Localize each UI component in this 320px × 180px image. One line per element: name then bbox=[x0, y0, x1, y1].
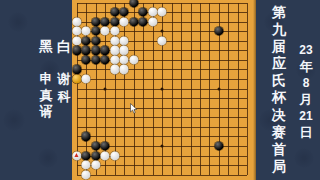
grid-line-horizontal bbox=[77, 127, 248, 128]
stone-white[interactable] bbox=[120, 46, 129, 55]
broadcast-screen: 黑 申真谞 白 谢科 第九届应氏杯决赛首局 23年8月21日 bbox=[0, 0, 320, 180]
vertical-text-char: 21 bbox=[299, 110, 312, 126]
stone-white[interactable] bbox=[72, 17, 81, 26]
stone-white[interactable] bbox=[120, 65, 129, 74]
stone-black[interactable] bbox=[139, 7, 148, 16]
white-player-column: 白 谢科 bbox=[56, 39, 72, 108]
stone-white[interactable] bbox=[157, 7, 166, 16]
stone-white[interactable] bbox=[110, 55, 119, 64]
vertical-text-char: 谢 bbox=[58, 72, 71, 90]
stone-white[interactable] bbox=[110, 151, 119, 160]
black-player-column: 黑 申真谞 bbox=[38, 39, 54, 122]
vertical-text-char: 8 bbox=[299, 77, 312, 93]
vertical-text-char: 届 bbox=[272, 39, 286, 56]
event-title-column: 第九届应氏杯决赛首局 bbox=[270, 5, 288, 22]
star-point bbox=[161, 30, 164, 33]
stone-white[interactable] bbox=[101, 151, 110, 160]
grid-line-horizontal bbox=[77, 165, 248, 166]
star-point bbox=[161, 87, 164, 90]
grid-line-vertical bbox=[228, 3, 229, 175]
vertical-text-char: 年 bbox=[299, 60, 312, 76]
stone-black[interactable] bbox=[101, 17, 110, 26]
grid-line-vertical bbox=[181, 3, 182, 175]
stone-white[interactable] bbox=[82, 27, 91, 36]
vertical-text-char: 首 bbox=[272, 142, 286, 159]
vertical-text-char: 申 bbox=[40, 72, 53, 89]
grid-line-vertical bbox=[238, 3, 239, 175]
players-panel: 黑 申真谞 白 谢科 bbox=[0, 0, 72, 180]
grid-line-horizontal bbox=[77, 108, 248, 109]
stone-white[interactable] bbox=[129, 55, 138, 64]
stone-black[interactable] bbox=[110, 7, 119, 16]
stone-white[interactable] bbox=[148, 17, 157, 26]
stone-black[interactable] bbox=[129, 0, 138, 7]
stone-black[interactable] bbox=[82, 151, 91, 160]
stone-white[interactable] bbox=[120, 17, 129, 26]
vertical-text-char: 局 bbox=[272, 159, 286, 176]
stone-black[interactable] bbox=[139, 17, 148, 26]
stone-white[interactable] bbox=[101, 27, 110, 36]
stone-black[interactable] bbox=[72, 46, 81, 55]
vertical-text-char: 决 bbox=[272, 108, 286, 125]
stone-white[interactable] bbox=[72, 151, 81, 160]
grid-line-horizontal bbox=[77, 98, 248, 99]
grid-line-horizontal bbox=[77, 175, 248, 176]
grid-line-horizontal bbox=[77, 136, 248, 137]
stone-white[interactable] bbox=[110, 36, 119, 45]
stone-black[interactable] bbox=[82, 55, 91, 64]
star-point bbox=[161, 145, 164, 148]
stone-black[interactable] bbox=[129, 17, 138, 26]
stone-black[interactable] bbox=[72, 65, 81, 74]
black-player-name: 申真谞 bbox=[40, 72, 53, 122]
black-label: 黑 bbox=[39, 39, 53, 53]
white-player-name: 谢科 bbox=[58, 72, 71, 108]
vertical-text-char: 23 bbox=[299, 44, 312, 60]
stone-white[interactable] bbox=[110, 46, 119, 55]
grid-line-horizontal bbox=[77, 117, 248, 118]
event-date: 23年8月21日 bbox=[299, 44, 312, 60]
stone-white[interactable] bbox=[120, 36, 129, 45]
vertical-text-char: 赛 bbox=[272, 125, 286, 142]
stone-black[interactable] bbox=[214, 27, 223, 36]
stone-white[interactable] bbox=[110, 65, 119, 74]
vertical-text-char: 科 bbox=[58, 90, 71, 108]
stone-white[interactable] bbox=[72, 27, 81, 36]
stone-last-move-gold[interactable] bbox=[72, 74, 81, 83]
vertical-text-char: 日 bbox=[299, 126, 312, 142]
star-point bbox=[217, 87, 220, 90]
vertical-text-char: 杯 bbox=[272, 90, 286, 107]
event-date-column: 23年8月21日 bbox=[296, 44, 316, 60]
triangle-marker-icon bbox=[75, 153, 79, 157]
stone-white[interactable] bbox=[157, 36, 166, 45]
stone-black[interactable] bbox=[101, 141, 110, 150]
grid-line-vertical bbox=[200, 3, 201, 175]
star-point bbox=[104, 87, 107, 90]
stone-white[interactable] bbox=[82, 170, 91, 179]
grid-line-vertical bbox=[191, 3, 192, 175]
event-title: 第九届应氏杯决赛首局 bbox=[272, 5, 286, 22]
stone-white[interactable] bbox=[82, 161, 91, 170]
stone-black[interactable] bbox=[101, 46, 110, 55]
stone-white[interactable] bbox=[120, 55, 129, 64]
stone-white[interactable] bbox=[110, 27, 119, 36]
event-panel: 第九届应氏杯决赛首局 23年8月21日 bbox=[256, 0, 320, 180]
stone-black[interactable] bbox=[82, 46, 91, 55]
vertical-text-char: 真 bbox=[40, 89, 53, 106]
vertical-text-char: 应 bbox=[272, 56, 286, 73]
grid-line-vertical bbox=[209, 3, 210, 175]
stone-black[interactable] bbox=[91, 17, 100, 26]
stone-white[interactable] bbox=[82, 74, 91, 83]
vertical-text-char: 第 bbox=[272, 5, 286, 22]
stone-black[interactable] bbox=[91, 27, 100, 36]
grid-line-vertical bbox=[247, 3, 248, 175]
stone-white[interactable] bbox=[91, 161, 100, 170]
stone-black[interactable] bbox=[91, 141, 100, 150]
white-label: 白 bbox=[57, 39, 71, 53]
stone-black[interactable] bbox=[91, 151, 100, 160]
vertical-text-char: 谞 bbox=[40, 105, 53, 122]
stone-black[interactable] bbox=[91, 36, 100, 45]
stone-white[interactable] bbox=[148, 7, 157, 16]
vertical-text-char: 九 bbox=[272, 22, 286, 39]
stone-white[interactable] bbox=[72, 36, 81, 45]
stone-black[interactable] bbox=[82, 132, 91, 141]
stone-black[interactable] bbox=[110, 17, 119, 26]
go-board[interactable] bbox=[72, 0, 256, 180]
stone-black[interactable] bbox=[101, 55, 110, 64]
grid-line-vertical bbox=[172, 3, 173, 175]
stone-black[interactable] bbox=[120, 7, 129, 16]
stone-black[interactable] bbox=[91, 46, 100, 55]
stone-black[interactable] bbox=[214, 141, 223, 150]
stone-black[interactable] bbox=[91, 55, 100, 64]
vertical-text-char: 月 bbox=[299, 93, 312, 109]
vertical-text-char: 氏 bbox=[272, 73, 286, 90]
stone-black[interactable] bbox=[82, 36, 91, 45]
